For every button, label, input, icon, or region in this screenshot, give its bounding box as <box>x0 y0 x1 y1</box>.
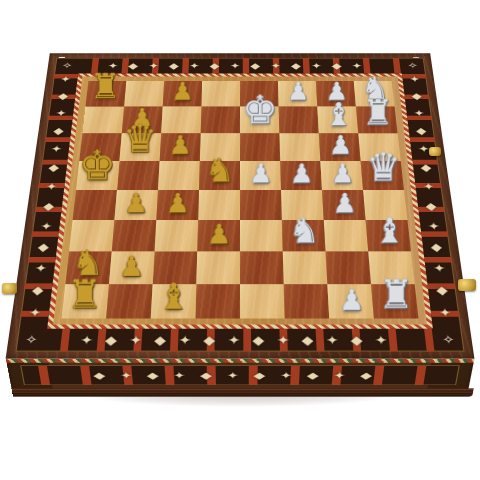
square-f8[interactable]: ♟ <box>278 81 317 107</box>
square-g3[interactable] <box>324 220 369 251</box>
square-c1[interactable]: ♝ <box>151 284 197 318</box>
square-d5[interactable]: ♞ <box>199 161 240 190</box>
brass-hinge-pin[interactable] <box>429 147 441 156</box>
piece-gold-rook[interactable]: ♜ <box>90 70 120 104</box>
chess-box: ✦◆✦◆✦◆✦◆✦◆✦◆✦ ✦◆✦◆✦◆✦◆✦◆✦◆✦ ✦◆✦◆✦◆✦◆✦◆✦◆… <box>6 53 475 358</box>
square-e4[interactable] <box>240 190 282 220</box>
square-d2[interactable] <box>196 251 240 284</box>
piece-gold-pawn[interactable]: ♟ <box>171 79 193 103</box>
pinstripe-frame: ♜♟♟♟♞♟♚♝♜♛♟♟♚♞♟♟♟♛♟♟♟♟♞♝♞♟♜♝♟♜ <box>47 74 433 329</box>
square-f2[interactable] <box>283 251 328 284</box>
square-d1[interactable] <box>195 284 240 318</box>
square-g4[interactable]: ♟ <box>322 190 366 220</box>
piece-gold-pawn[interactable]: ♟ <box>168 132 191 157</box>
piece-gold-queen[interactable]: ♛ <box>123 120 157 158</box>
base-molding <box>6 388 474 396</box>
square-c3[interactable] <box>155 220 199 251</box>
square-h5[interactable]: ♛ <box>361 161 404 190</box>
square-e3[interactable] <box>240 220 283 251</box>
square-h3[interactable]: ♝ <box>366 220 411 251</box>
square-h1[interactable]: ♜ <box>371 284 419 318</box>
square-e6[interactable] <box>240 133 280 161</box>
piece-silver-rook[interactable]: ♜ <box>378 275 413 314</box>
pearl-corner-inlay: ✧ <box>54 58 80 74</box>
square-e5[interactable]: ♟ <box>240 161 281 190</box>
square-f3[interactable]: ♞ <box>282 220 326 251</box>
pearl-corner-inlay: ✧ <box>433 329 465 352</box>
piece-gold-pawn[interactable]: ♟ <box>124 190 148 216</box>
piece-gold-king[interactable]: ♚ <box>79 146 116 187</box>
piece-silver-pawn[interactable]: ♟ <box>331 160 354 186</box>
square-b1[interactable] <box>106 284 153 318</box>
square-d4[interactable] <box>198 190 240 220</box>
square-e1[interactable] <box>240 284 285 318</box>
piece-silver-bishop[interactable]: ♝ <box>374 213 405 247</box>
square-a4[interactable] <box>73 190 117 220</box>
piece-gold-pawn[interactable]: ♟ <box>207 221 231 248</box>
board-3d-scene: ✦◆✦◆✦◆✦◆✦◆✦◆✦ ✦◆✦◆✦◆✦◆✦◆✦◆✦ ✦◆✦◆✦◆✦◆✦◆✦◆… <box>6 53 475 358</box>
square-b6[interactable]: ♛ <box>119 133 161 161</box>
square-a5[interactable]: ♚ <box>76 161 119 190</box>
rope-inlay-band <box>6 359 475 363</box>
piece-silver-rook[interactable]: ♜ <box>362 95 393 130</box>
square-a8[interactable]: ♜ <box>85 81 126 107</box>
square-c4[interactable]: ♟ <box>156 190 199 220</box>
piece-gold-knight[interactable]: ♞ <box>205 153 235 186</box>
square-a1[interactable]: ♜ <box>61 284 109 318</box>
piece-silver-bishop[interactable]: ♝ <box>324 98 352 130</box>
square-g5[interactable]: ♟ <box>320 161 363 190</box>
front-mosaic-band: ◆✦◆✦◆✦◆✦◆✦◆ <box>20 365 460 385</box>
pearl-corner-inlay: ✧ <box>15 329 47 352</box>
square-f1[interactable] <box>284 284 330 318</box>
square-g6[interactable]: ♟ <box>319 133 361 161</box>
piece-silver-pawn[interactable]: ♟ <box>339 286 364 314</box>
inner-wood-rim: ♜♟♟♟♞♟♚♝♜♛♟♟♚♞♟♟♟♛♟♟♟♟♞♝♞♟♜♝♟♜ <box>53 77 427 325</box>
piece-silver-queen[interactable]: ♛ <box>366 148 401 187</box>
piece-silver-pawn[interactable]: ♟ <box>249 160 272 186</box>
square-h7[interactable]: ♜ <box>356 107 398 134</box>
square-b4[interactable]: ♟ <box>114 190 158 220</box>
square-c5[interactable] <box>158 161 200 190</box>
square-b2[interactable]: ♟ <box>109 251 155 284</box>
square-e7[interactable]: ♚ <box>240 107 279 134</box>
square-d3[interactable]: ♟ <box>197 220 240 251</box>
chess-board: ♜♟♟♟♞♟♚♝♜♛♟♟♚♞♟♟♟♛♟♟♟♟♞♝♞♟♜♝♟♜ <box>61 81 418 319</box>
piece-gold-pawn[interactable]: ♟ <box>119 253 144 281</box>
mosaic-border-bottom: ✦◆✦◆✦◆✦◆✦◆✦◆✦ <box>44 329 435 352</box>
piece-silver-pawn[interactable]: ♟ <box>332 190 356 216</box>
brass-knob-left[interactable] <box>2 283 17 294</box>
square-b3[interactable] <box>112 220 157 251</box>
square-f5[interactable]: ♟ <box>280 161 322 190</box>
square-f6[interactable] <box>279 133 320 161</box>
mosaic-border-top: ✦◆✦◆✦◆✦◆✦◆✦◆✦ <box>78 58 402 74</box>
square-a7[interactable] <box>82 107 124 134</box>
square-e2[interactable] <box>240 251 284 284</box>
product-photo: ✦◆✦◆✦◆✦◆✦◆✦◆✦ ✦◆✦◆✦◆✦◆✦◆✦◆✦ ✦◆✦◆✦◆✦◆✦◆✦◆… <box>0 0 480 480</box>
piece-gold-rook[interactable]: ♜ <box>67 275 102 314</box>
square-d7[interactable] <box>201 107 240 134</box>
square-b5[interactable] <box>117 161 160 190</box>
square-f7[interactable] <box>279 107 319 134</box>
square-d8[interactable] <box>201 81 240 107</box>
piece-silver-king[interactable]: ♚ <box>242 91 277 130</box>
piece-silver-pawn[interactable]: ♟ <box>329 132 352 157</box>
piece-silver-pawn[interactable]: ♟ <box>287 79 309 103</box>
box-front-face: ◆✦◆✦◆✦◆✦◆✦◆ <box>6 359 475 397</box>
square-g2[interactable] <box>325 251 371 284</box>
pearl-corner-inlay: ✧ <box>400 58 426 74</box>
piece-gold-bishop[interactable]: ♝ <box>157 278 189 314</box>
brass-knob-right[interactable] <box>458 279 476 291</box>
piece-silver-knight[interactable]: ♞ <box>289 213 320 247</box>
square-g1[interactable]: ♟ <box>327 284 374 318</box>
square-c6[interactable]: ♟ <box>160 133 201 161</box>
square-c8[interactable]: ♟ <box>163 81 202 107</box>
mosaic-border: ✦◆✦◆✦◆✦◆✦◆✦◆✦ ✦◆✦◆✦◆✦◆✦◆✦◆✦ ✦◆✦◆✦◆✦◆✦◆✦◆… <box>15 58 464 352</box>
piece-silver-pawn[interactable]: ♟ <box>290 160 313 186</box>
piece-gold-pawn[interactable]: ♟ <box>166 190 190 216</box>
